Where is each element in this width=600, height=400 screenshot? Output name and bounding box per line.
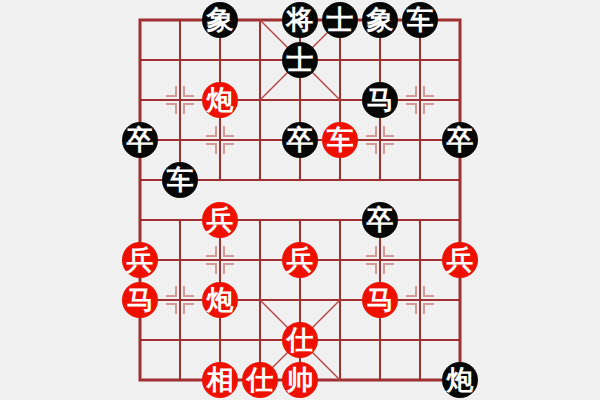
piece-black-chariot[interactable]: 车: [162, 162, 198, 198]
piece-red-advisor[interactable]: 仕: [242, 362, 278, 398]
board-grid[interactable]: 象将士象车士炮马卒卒车卒车兵卒兵兵兵马炮马仕相仕帅炮: [120, 0, 480, 400]
piece-black-chariot[interactable]: 车: [402, 2, 438, 38]
piece-red-elephant[interactable]: 相: [202, 362, 238, 398]
piece-black-horse[interactable]: 马: [362, 82, 398, 118]
piece-red-pawn[interactable]: 兵: [122, 242, 158, 278]
piece-red-horse[interactable]: 马: [122, 282, 158, 318]
piece-red-general[interactable]: 帅: [282, 362, 318, 398]
piece-red-advisor[interactable]: 仕: [282, 322, 318, 358]
piece-black-pawn[interactable]: 卒: [282, 122, 318, 158]
xiangqi-board: 象将士象车士炮马卒卒车卒车兵卒兵兵兵马炮马仕相仕帅炮: [0, 0, 600, 400]
piece-red-pawn[interactable]: 兵: [282, 242, 318, 278]
piece-black-pawn[interactable]: 卒: [122, 122, 158, 158]
piece-black-elephant[interactable]: 象: [202, 2, 238, 38]
piece-black-pawn[interactable]: 卒: [442, 122, 478, 158]
piece-black-general[interactable]: 将: [282, 2, 318, 38]
piece-red-cannon[interactable]: 炮: [202, 282, 238, 318]
piece-red-horse[interactable]: 马: [362, 282, 398, 318]
piece-black-pawn[interactable]: 卒: [362, 202, 398, 238]
piece-black-cannon[interactable]: 炮: [442, 362, 478, 398]
piece-red-pawn[interactable]: 兵: [202, 202, 238, 238]
piece-red-pawn[interactable]: 兵: [442, 242, 478, 278]
piece-black-advisor[interactable]: 士: [282, 42, 318, 78]
piece-black-advisor[interactable]: 士: [322, 2, 358, 38]
piece-red-chariot[interactable]: 车: [322, 122, 358, 158]
piece-red-cannon[interactable]: 炮: [202, 82, 238, 118]
piece-black-elephant[interactable]: 象: [362, 2, 398, 38]
